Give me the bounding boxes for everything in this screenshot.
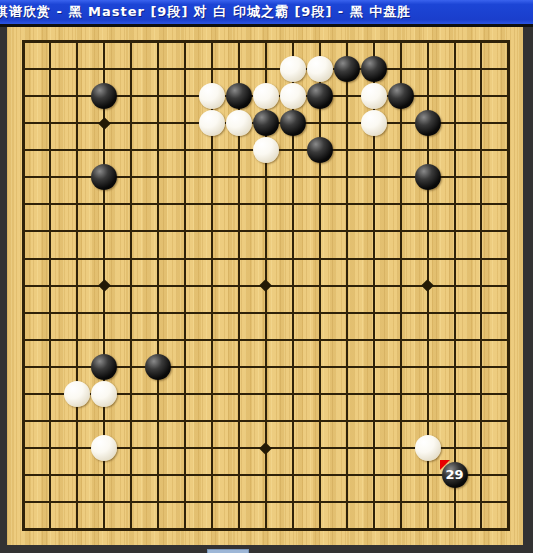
- stone-white: [253, 83, 279, 109]
- stone-white: [199, 110, 225, 136]
- stone-black: [415, 110, 441, 136]
- star-point: [259, 442, 272, 455]
- stone-black: [307, 83, 333, 109]
- stone-white: [307, 56, 333, 82]
- star-point: [421, 279, 434, 292]
- stone-black: [280, 110, 306, 136]
- grid-line: [319, 40, 321, 531]
- stone-black: [91, 354, 117, 380]
- stone-white: [361, 83, 387, 109]
- star-point: [98, 117, 111, 130]
- star-point: [259, 279, 272, 292]
- stone-black: [91, 164, 117, 190]
- stone-white: [226, 110, 252, 136]
- stone-white: [91, 381, 117, 407]
- grid-line: [22, 528, 510, 531]
- stone-white: [91, 435, 117, 461]
- grid-line: [22, 501, 510, 503]
- stone-black: 29: [442, 462, 468, 488]
- app-window: 棋谱欣赏 - 黑 Master [9段] 对 白 印城之霸 [9段] - 黑 中…: [0, 0, 533, 553]
- grid-line: [22, 339, 510, 341]
- stone-white: [253, 137, 279, 163]
- stone-black: [145, 354, 171, 380]
- window-bottom-edge: [0, 545, 533, 553]
- stone-black: [253, 110, 279, 136]
- grid-line: [22, 420, 510, 422]
- stone-white: [64, 381, 90, 407]
- stone-black: [361, 56, 387, 82]
- stone-black: [415, 164, 441, 190]
- stone-black: [388, 83, 414, 109]
- grid-line: [480, 40, 482, 531]
- grid-line: [454, 40, 456, 531]
- star-point: [98, 279, 111, 292]
- grid-line: [346, 40, 348, 531]
- grid-line: [400, 40, 402, 531]
- stone-white: [280, 56, 306, 82]
- last-move-number: 29: [442, 462, 468, 488]
- stone-white: [280, 83, 306, 109]
- stone-black: [226, 83, 252, 109]
- go-board[interactable]: 29: [7, 27, 523, 545]
- taskbar-item-fragment[interactable]: [207, 549, 249, 553]
- grid-line: [507, 40, 510, 531]
- stone-black: [334, 56, 360, 82]
- window-title: 棋谱欣赏 - 黑 Master [9段] 对 白 印城之霸 [9段] - 黑 中…: [0, 3, 411, 21]
- title-bar[interactable]: 棋谱欣赏 - 黑 Master [9段] 对 白 印城之霸 [9段] - 黑 中…: [0, 0, 533, 27]
- stone-white: [415, 435, 441, 461]
- stone-white: [361, 110, 387, 136]
- grid-line: [22, 474, 510, 476]
- stone-black: [91, 83, 117, 109]
- stone-white: [199, 83, 225, 109]
- stone-black: [307, 137, 333, 163]
- grid-line: [22, 312, 510, 314]
